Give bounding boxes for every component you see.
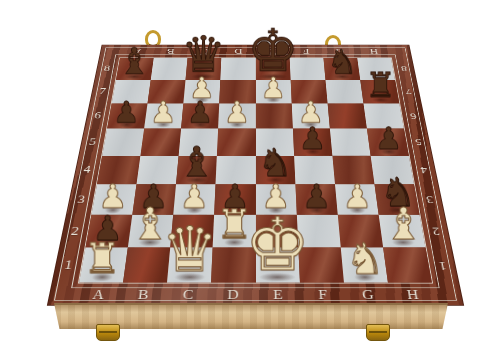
file-label-bottom-e: E (256, 285, 301, 304)
playing-area: ♝♛♚♞♟♟♜♟♟♟♟♟♟♟♝♞♟♟♟♟♟♟♟♞♟♝♜♝♜♛♚♞ (78, 57, 433, 283)
black-bishop-c4: ♝ (161, 143, 231, 181)
file-label-bottom-g: G (344, 285, 391, 304)
file-label-top-d: D (222, 46, 256, 56)
file-labels-bottom: ABCDEFGH (74, 285, 437, 304)
white-king-e1: ♚ (239, 211, 317, 278)
rank-label-right-3: 3 (417, 184, 444, 215)
file-labels-top: ABCDEFGH (120, 46, 392, 56)
white-pawn-e7: ♟ (242, 75, 306, 101)
rank-label-right-5: 5 (406, 129, 431, 156)
file-label-top-b: B (154, 46, 189, 56)
file-label-top-c: C (188, 46, 222, 56)
square-c1: ♛ (167, 247, 213, 282)
file-label-top-e: E (256, 46, 290, 56)
file-label-bottom-a: A (74, 285, 122, 304)
file-label-top-a: A (120, 46, 155, 56)
square-e1: ♚ (256, 247, 300, 282)
rank-label-right-7: 7 (397, 80, 420, 104)
file-label-top-g: G (323, 46, 358, 56)
square-h5: ♟ (367, 129, 409, 156)
rank-label-right-1: 1 (428, 248, 457, 283)
square-h7: ♜ (360, 80, 399, 104)
hinge-right-icon (366, 324, 390, 341)
square-d6: ♟ (218, 104, 255, 129)
chess-set-photo: ABCDEFGH ABCDEFGH 87654321 87654321 ♝♛♚♞… (0, 0, 500, 357)
white-rook-a1: ♜ (63, 240, 141, 278)
black-knight-e4: ♞ (240, 145, 310, 180)
rank-label-right-8: 8 (393, 57, 415, 79)
file-label-top-h: H (356, 46, 391, 56)
white-knight-g1: ♞ (326, 239, 404, 278)
file-label-bottom-b: B (119, 285, 166, 304)
square-a1: ♜ (79, 247, 128, 282)
hinge-left-icon (96, 324, 120, 341)
square-a5 (102, 129, 144, 156)
file-label-top-f: F (289, 46, 323, 56)
white-queen-c1: ♛ (151, 221, 229, 278)
file-label-bottom-d: D (210, 285, 255, 304)
rank-label-right-4: 4 (411, 156, 437, 185)
rank-label-right-6: 6 (402, 103, 426, 128)
file-label-bottom-c: C (165, 285, 211, 304)
file-label-bottom-h: H (389, 285, 437, 304)
file-label-bottom-f: F (300, 285, 346, 304)
white-pawn-d6: ♟ (204, 99, 270, 126)
square-g1: ♞ (341, 247, 388, 282)
square-a8: ♝ (116, 58, 154, 80)
chess-board: ABCDEFGH ABCDEFGH 87654321 87654321 ♝♛♚♞… (48, 45, 463, 305)
